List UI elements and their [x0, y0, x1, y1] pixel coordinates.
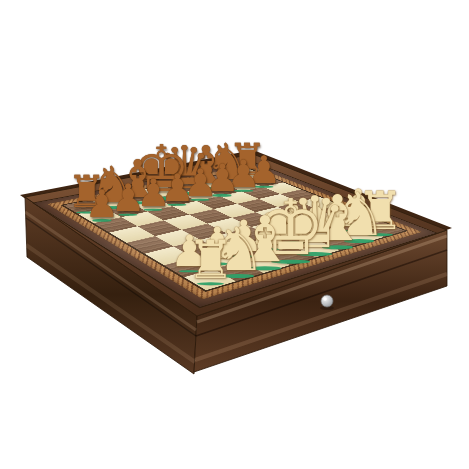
- drawer-knob: [321, 295, 333, 307]
- chess-set-scene: ♜♞♝♛♚♝♞♜♟♟♟♟♟♟♟♟♟♟♟♟♟♟♟♟♜♞♝♛♚♝♞♜: [0, 0, 469, 469]
- knob-highlight: [323, 297, 327, 301]
